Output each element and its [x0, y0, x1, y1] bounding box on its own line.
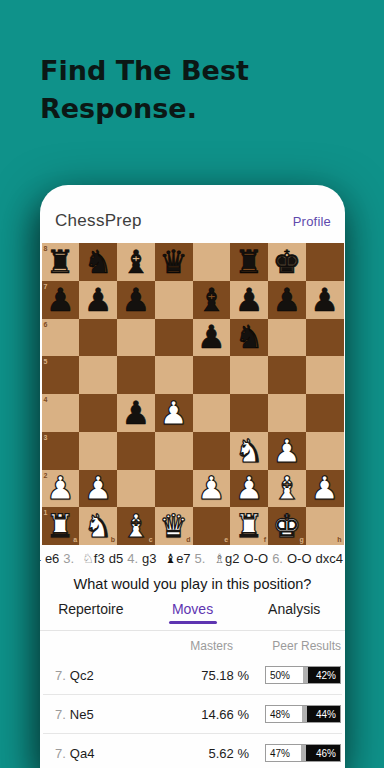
tab-label: Moves	[172, 601, 213, 617]
black-score-segment: 42%	[308, 667, 340, 683]
piece-black-bishop: ♝	[197, 284, 226, 316]
peer-results-bar: 47%46%	[265, 744, 341, 762]
results-table-header: Masters Peer Results	[43, 636, 342, 656]
square-f2[interactable]: ♟	[230, 470, 268, 508]
question-text: What would you play in this position?	[40, 576, 345, 592]
candidate-move-label: 7.Qa4	[43, 746, 177, 761]
rank-label-5: 5	[44, 358, 48, 365]
square-h1[interactable]: h	[306, 507, 344, 545]
square-d7[interactable]	[155, 281, 193, 319]
square-a3[interactable]: 3	[42, 432, 80, 470]
square-f6[interactable]: ♞	[230, 319, 268, 357]
square-d1[interactable]: d♛	[155, 507, 193, 545]
piece-black-queen: ♛	[159, 246, 188, 278]
rank-label-3: 3	[44, 434, 48, 441]
square-e8[interactable]	[193, 243, 231, 281]
peer-results-column-header: Peer Results	[249, 639, 341, 653]
move-token[interactable]: O-O	[287, 551, 312, 566]
rank-label-8: 8	[44, 245, 48, 252]
square-b4[interactable]	[79, 394, 117, 432]
piece-black-pawn: ♟	[46, 284, 75, 316]
white-figurine-icon: ♗	[213, 551, 225, 566]
square-b1[interactable]: b♞	[79, 507, 117, 545]
square-c6[interactable]	[117, 319, 155, 357]
square-f3[interactable]: ♞	[230, 432, 268, 470]
move-number[interactable]: 3.	[63, 551, 74, 566]
tab-divider	[40, 630, 345, 631]
piece-white-pawn: ♟	[273, 435, 302, 467]
hero-title-line2: Response.	[40, 90, 340, 128]
square-b8[interactable]: ♞	[79, 243, 117, 281]
move-token[interactable]: d5	[109, 551, 123, 566]
move-row-qa4[interactable]: 7.Qa45.62 %47%46%	[43, 734, 342, 768]
square-a6[interactable]: 6	[42, 319, 80, 357]
square-h4[interactable]	[306, 394, 344, 432]
masters-percentage: 5.62 %	[177, 746, 249, 761]
piece-white-rook: ♜	[46, 510, 75, 542]
square-g2[interactable]: ♝	[268, 470, 306, 508]
square-e5[interactable]	[193, 356, 231, 394]
square-f7[interactable]: ♟	[230, 281, 268, 319]
file-label-a: a	[73, 536, 77, 543]
square-b3[interactable]	[79, 432, 117, 470]
square-a1[interactable]: 1a♜	[42, 507, 80, 545]
square-d2[interactable]	[155, 470, 193, 508]
square-d4[interactable]: ♟	[155, 394, 193, 432]
square-g8[interactable]: ♚	[268, 243, 306, 281]
square-c1[interactable]: c♝	[117, 507, 155, 545]
rank-label-2: 2	[44, 472, 48, 479]
square-d3[interactable]	[155, 432, 193, 470]
square-h7[interactable]: ♟	[306, 281, 344, 319]
piece-white-knight: ♞	[84, 510, 113, 542]
file-label-d: d	[186, 536, 190, 543]
tab-label: Repertoire	[58, 601, 123, 617]
candidate-move-number: 7.	[55, 746, 66, 761]
piece-white-pawn: ♟	[84, 472, 113, 504]
square-a4[interactable]: 4	[42, 394, 80, 432]
black-figurine-icon: ♝	[164, 551, 176, 566]
piece-white-king: ♚	[273, 510, 302, 542]
piece-black-king: ♚	[273, 246, 302, 278]
move-notation-line: 1.d4♞f62.c4e63.♘f3d54.g3♝e75.♗g2O-O6.O-O…	[40, 549, 345, 567]
piece-black-pawn: ♟	[122, 284, 151, 316]
candidate-move-number: 7.	[55, 668, 66, 683]
piece-white-rook: ♜	[235, 510, 264, 542]
square-c5[interactable]	[117, 356, 155, 394]
piece-black-bishop: ♝	[122, 246, 151, 278]
piece-black-rook: ♜	[235, 246, 264, 278]
piece-black-pawn: ♟	[197, 321, 226, 353]
white-score-segment: 50%	[266, 667, 303, 683]
file-label-h: h	[337, 536, 341, 543]
move-number[interactable]: 6.	[272, 551, 283, 566]
piece-white-pawn: ♟	[46, 472, 75, 504]
move-token[interactable]: O-O	[244, 551, 269, 566]
candidate-move-number: 7.	[55, 707, 66, 722]
app-title: ChessPrep	[55, 211, 142, 231]
hero-title-line1: Find The Best	[40, 52, 340, 90]
piece-white-pawn: ♟	[235, 472, 264, 504]
piece-black-pawn: ♟	[84, 284, 113, 316]
square-b2[interactable]: ♟	[79, 470, 117, 508]
square-b7[interactable]: ♟	[79, 281, 117, 319]
rank-label-6: 6	[44, 321, 48, 328]
black-score-segment: 46%	[306, 745, 340, 761]
square-e2[interactable]: ♟	[193, 470, 231, 508]
tab-bar: RepertoireMovesAnalysis	[40, 601, 345, 630]
square-g3[interactable]: ♟	[268, 432, 306, 470]
square-e3[interactable]	[193, 432, 231, 470]
piece-white-pawn: ♟	[310, 472, 339, 504]
rank-label-4: 4	[44, 396, 48, 403]
square-e6[interactable]: ♟	[193, 319, 231, 357]
square-g7[interactable]: ♟	[268, 281, 306, 319]
move-token[interactable]: g3	[142, 551, 156, 566]
move-token[interactable]: dxc4	[316, 551, 343, 566]
square-f5[interactable]	[230, 356, 268, 394]
piece-white-queen: ♛	[159, 510, 188, 542]
file-label-f: f	[264, 536, 266, 543]
square-h5[interactable]	[306, 356, 344, 394]
square-e7[interactable]: ♝	[193, 281, 231, 319]
candidate-move-label: 7.Qc2	[43, 668, 177, 683]
square-h2[interactable]: ♟	[306, 470, 344, 508]
square-c2[interactable]	[117, 470, 155, 508]
piece-white-pawn: ♟	[197, 472, 226, 504]
results-rows: 7.Qc275.18 %50%42%7.Ne514.66 %48%44%7.Qa…	[43, 656, 342, 768]
candidate-move-label: 7.Ne5	[43, 707, 177, 722]
white-figurine-icon: ♘	[82, 551, 94, 566]
piece-white-bishop: ♝	[273, 472, 302, 504]
square-f1[interactable]: f♜	[230, 507, 268, 545]
square-b6[interactable]	[79, 319, 117, 357]
square-g6[interactable]	[268, 319, 306, 357]
square-b5[interactable]	[79, 356, 117, 394]
square-a5[interactable]: 5	[42, 356, 80, 394]
piece-white-knight: ♞	[235, 435, 264, 467]
profile-link[interactable]: Profile	[293, 214, 331, 229]
piece-black-pawn: ♟	[310, 284, 339, 316]
masters-column-header: Masters	[161, 639, 233, 653]
screenshot-root: { "colors": { "background_teal": "#0f928…	[0, 0, 384, 768]
square-f4[interactable]	[230, 394, 268, 432]
piece-black-pawn: ♟	[273, 284, 302, 316]
square-h3[interactable]	[306, 432, 344, 470]
square-c8[interactable]: ♝	[117, 243, 155, 281]
piece-black-pawn: ♟	[122, 397, 151, 429]
tab-analysis[interactable]: Analysis	[243, 601, 345, 630]
tab-moves[interactable]: Moves	[142, 601, 244, 630]
square-d6[interactable]	[155, 319, 193, 357]
square-h6[interactable]	[306, 319, 344, 357]
masters-percentage: 14.66 %	[177, 707, 249, 722]
square-e1[interactable]: e	[193, 507, 231, 545]
move-token[interactable]: ♘f3	[78, 551, 105, 566]
square-e4[interactable]	[193, 394, 231, 432]
file-label-c: c	[149, 536, 153, 543]
file-label-b: b	[111, 536, 115, 543]
piece-black-rook: ♜	[46, 246, 75, 278]
move-row-ne5[interactable]: 7.Ne514.66 %48%44%	[43, 695, 342, 734]
move-row-qc2[interactable]: 7.Qc275.18 %50%42%	[43, 656, 342, 695]
phone-card: ChessPrep Profile 8♜♞♝♛♜♚7♟♟♟♝♟♟♟6♟♞54♟♟…	[40, 185, 345, 768]
white-score-segment: 47%	[266, 745, 301, 761]
piece-black-knight: ♞	[84, 246, 113, 278]
square-h8[interactable]	[306, 243, 344, 281]
square-g4[interactable]	[268, 394, 306, 432]
piece-black-pawn: ♟	[235, 284, 264, 316]
move-token[interactable]: ♗g2	[209, 551, 239, 566]
rank-label-7: 7	[44, 283, 48, 290]
masters-percentage: 75.18 %	[177, 668, 249, 683]
square-c3[interactable]	[117, 432, 155, 470]
active-tab-underline	[169, 621, 217, 624]
square-d8[interactable]: ♛	[155, 243, 193, 281]
move-number[interactable]: 5.	[195, 551, 206, 566]
square-a8[interactable]: 8♜	[42, 243, 80, 281]
tab-repertoire[interactable]: Repertoire	[40, 601, 142, 630]
peer-results-bar: 48%44%	[265, 705, 341, 723]
move-token[interactable]: c4	[40, 551, 41, 566]
hero-title: Find The Best Response.	[40, 52, 340, 128]
square-a2[interactable]: 2♟	[42, 470, 80, 508]
chess-board: 8♜♞♝♛♜♚7♟♟♟♝♟♟♟6♟♞54♟♟3♞♟2♟♟♟♟♝♟1a♜b♞c♝d…	[42, 243, 344, 545]
white-score-segment: 48%	[266, 706, 302, 722]
square-a7[interactable]: 7♟	[42, 281, 80, 319]
rank-label-1: 1	[44, 509, 48, 516]
file-label-g: g	[299, 536, 303, 543]
app-header: ChessPrep Profile	[40, 185, 345, 243]
move-token[interactable]: ♝e7	[160, 551, 190, 566]
square-d5[interactable]	[155, 356, 193, 394]
square-g1[interactable]: g♚	[268, 507, 306, 545]
square-g5[interactable]	[268, 356, 306, 394]
piece-black-knight: ♞	[235, 321, 264, 353]
move-token[interactable]: e6	[45, 551, 59, 566]
peer-results-bar: 50%42%	[265, 666, 341, 684]
file-label-e: e	[224, 536, 228, 543]
square-c7[interactable]: ♟	[117, 281, 155, 319]
piece-white-bishop: ♝	[122, 510, 151, 542]
square-c4[interactable]: ♟	[117, 394, 155, 432]
tab-label: Analysis	[268, 601, 320, 617]
move-number[interactable]: 4.	[127, 551, 138, 566]
square-f8[interactable]: ♜	[230, 243, 268, 281]
piece-white-pawn: ♟	[159, 397, 188, 429]
black-score-segment: 44%	[307, 706, 340, 722]
results-table: Masters Peer Results 7.Qc275.18 %50%42%7…	[40, 636, 345, 768]
